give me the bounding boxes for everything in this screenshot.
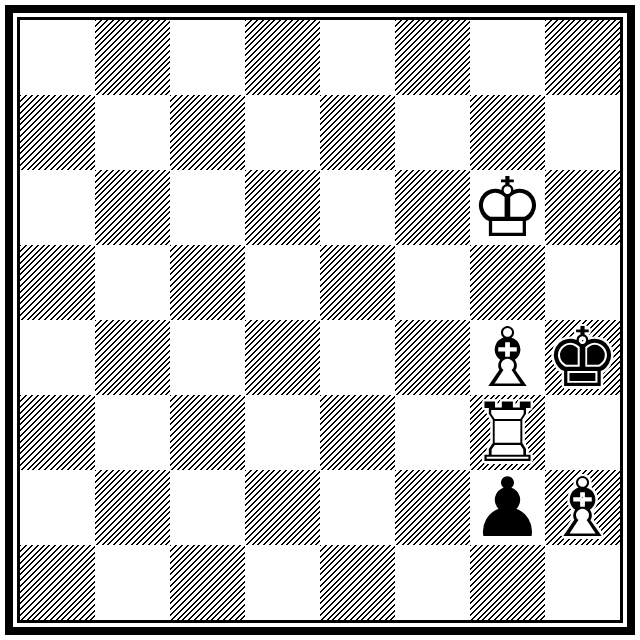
square-e6[interactable]	[320, 170, 395, 245]
square-d7[interactable]	[245, 95, 320, 170]
square-e7[interactable]	[320, 95, 395, 170]
square-e5[interactable]	[320, 245, 395, 320]
square-g5[interactable]	[470, 245, 545, 320]
square-f1[interactable]	[395, 545, 470, 620]
square-c7[interactable]	[170, 95, 245, 170]
square-d5[interactable]	[245, 245, 320, 320]
piece-white-king-g6[interactable]: ♚♔	[470, 170, 545, 245]
piece-black-king-h4[interactable]: ♚♚	[545, 320, 620, 395]
square-a8[interactable]	[20, 20, 95, 95]
square-d2[interactable]	[245, 470, 320, 545]
square-f6[interactable]	[395, 170, 470, 245]
square-b1[interactable]	[95, 545, 170, 620]
square-h1[interactable]	[545, 545, 620, 620]
square-c5[interactable]	[170, 245, 245, 320]
piece-white-bishop-h2[interactable]: ♝♗	[545, 470, 620, 545]
square-a5[interactable]	[20, 245, 95, 320]
square-d8[interactable]	[245, 20, 320, 95]
square-a2[interactable]	[20, 470, 95, 545]
black-king-icon: ♚	[546, 317, 620, 399]
chess-board: ♚♔♝♗♚♚♜♖♟♟♝♗	[20, 20, 620, 620]
square-h3[interactable]	[545, 395, 620, 470]
square-g7[interactable]	[470, 95, 545, 170]
square-h5[interactable]	[545, 245, 620, 320]
square-d1[interactable]	[245, 545, 320, 620]
piece-white-bishop-g4[interactable]: ♝♗	[470, 320, 545, 395]
square-d3[interactable]	[245, 395, 320, 470]
square-e1[interactable]	[320, 545, 395, 620]
square-b7[interactable]	[95, 95, 170, 170]
square-c8[interactable]	[170, 20, 245, 95]
square-g2[interactable]: ♟♟	[470, 470, 545, 545]
square-f3[interactable]	[395, 395, 470, 470]
square-f8[interactable]	[395, 20, 470, 95]
square-e4[interactable]	[320, 320, 395, 395]
square-h6[interactable]	[545, 170, 620, 245]
square-c1[interactable]	[170, 545, 245, 620]
board-inner-frame: ♚♔♝♗♚♚♜♖♟♟♝♗	[17, 17, 623, 623]
square-c6[interactable]	[170, 170, 245, 245]
square-b5[interactable]	[95, 245, 170, 320]
square-a1[interactable]	[20, 545, 95, 620]
black-pawn-icon: ♟	[471, 467, 545, 549]
square-d6[interactable]	[245, 170, 320, 245]
square-a7[interactable]	[20, 95, 95, 170]
square-d4[interactable]	[245, 320, 320, 395]
white-king-icon: ♔	[471, 167, 545, 249]
square-h7[interactable]	[545, 95, 620, 170]
square-c3[interactable]	[170, 395, 245, 470]
square-c4[interactable]	[170, 320, 245, 395]
white-bishop-icon: ♗	[546, 467, 620, 549]
square-b4[interactable]	[95, 320, 170, 395]
square-e8[interactable]	[320, 20, 395, 95]
square-b2[interactable]	[95, 470, 170, 545]
square-e2[interactable]	[320, 470, 395, 545]
chess-diagram: ♚♔♝♗♚♚♜♖♟♟♝♗	[0, 0, 640, 640]
square-f4[interactable]	[395, 320, 470, 395]
square-b8[interactable]	[95, 20, 170, 95]
square-f7[interactable]	[395, 95, 470, 170]
piece-black-pawn-g2[interactable]: ♟♟	[470, 470, 545, 545]
square-h8[interactable]	[545, 20, 620, 95]
square-h4[interactable]: ♚♚	[545, 320, 620, 395]
board-outer-frame: ♚♔♝♗♚♚♜♖♟♟♝♗	[5, 5, 635, 635]
square-g1[interactable]	[470, 545, 545, 620]
square-g4[interactable]: ♝♗	[470, 320, 545, 395]
square-f5[interactable]	[395, 245, 470, 320]
square-g8[interactable]	[470, 20, 545, 95]
square-e3[interactable]	[320, 395, 395, 470]
square-a3[interactable]	[20, 395, 95, 470]
square-g3[interactable]: ♜♖	[470, 395, 545, 470]
square-a6[interactable]	[20, 170, 95, 245]
square-g6[interactable]: ♚♔	[470, 170, 545, 245]
square-c2[interactable]	[170, 470, 245, 545]
square-b3[interactable]	[95, 395, 170, 470]
square-f2[interactable]	[395, 470, 470, 545]
square-b6[interactable]	[95, 170, 170, 245]
square-a4[interactable]	[20, 320, 95, 395]
piece-white-rook-g3[interactable]: ♜♖	[470, 395, 545, 470]
square-h2[interactable]: ♝♗	[545, 470, 620, 545]
